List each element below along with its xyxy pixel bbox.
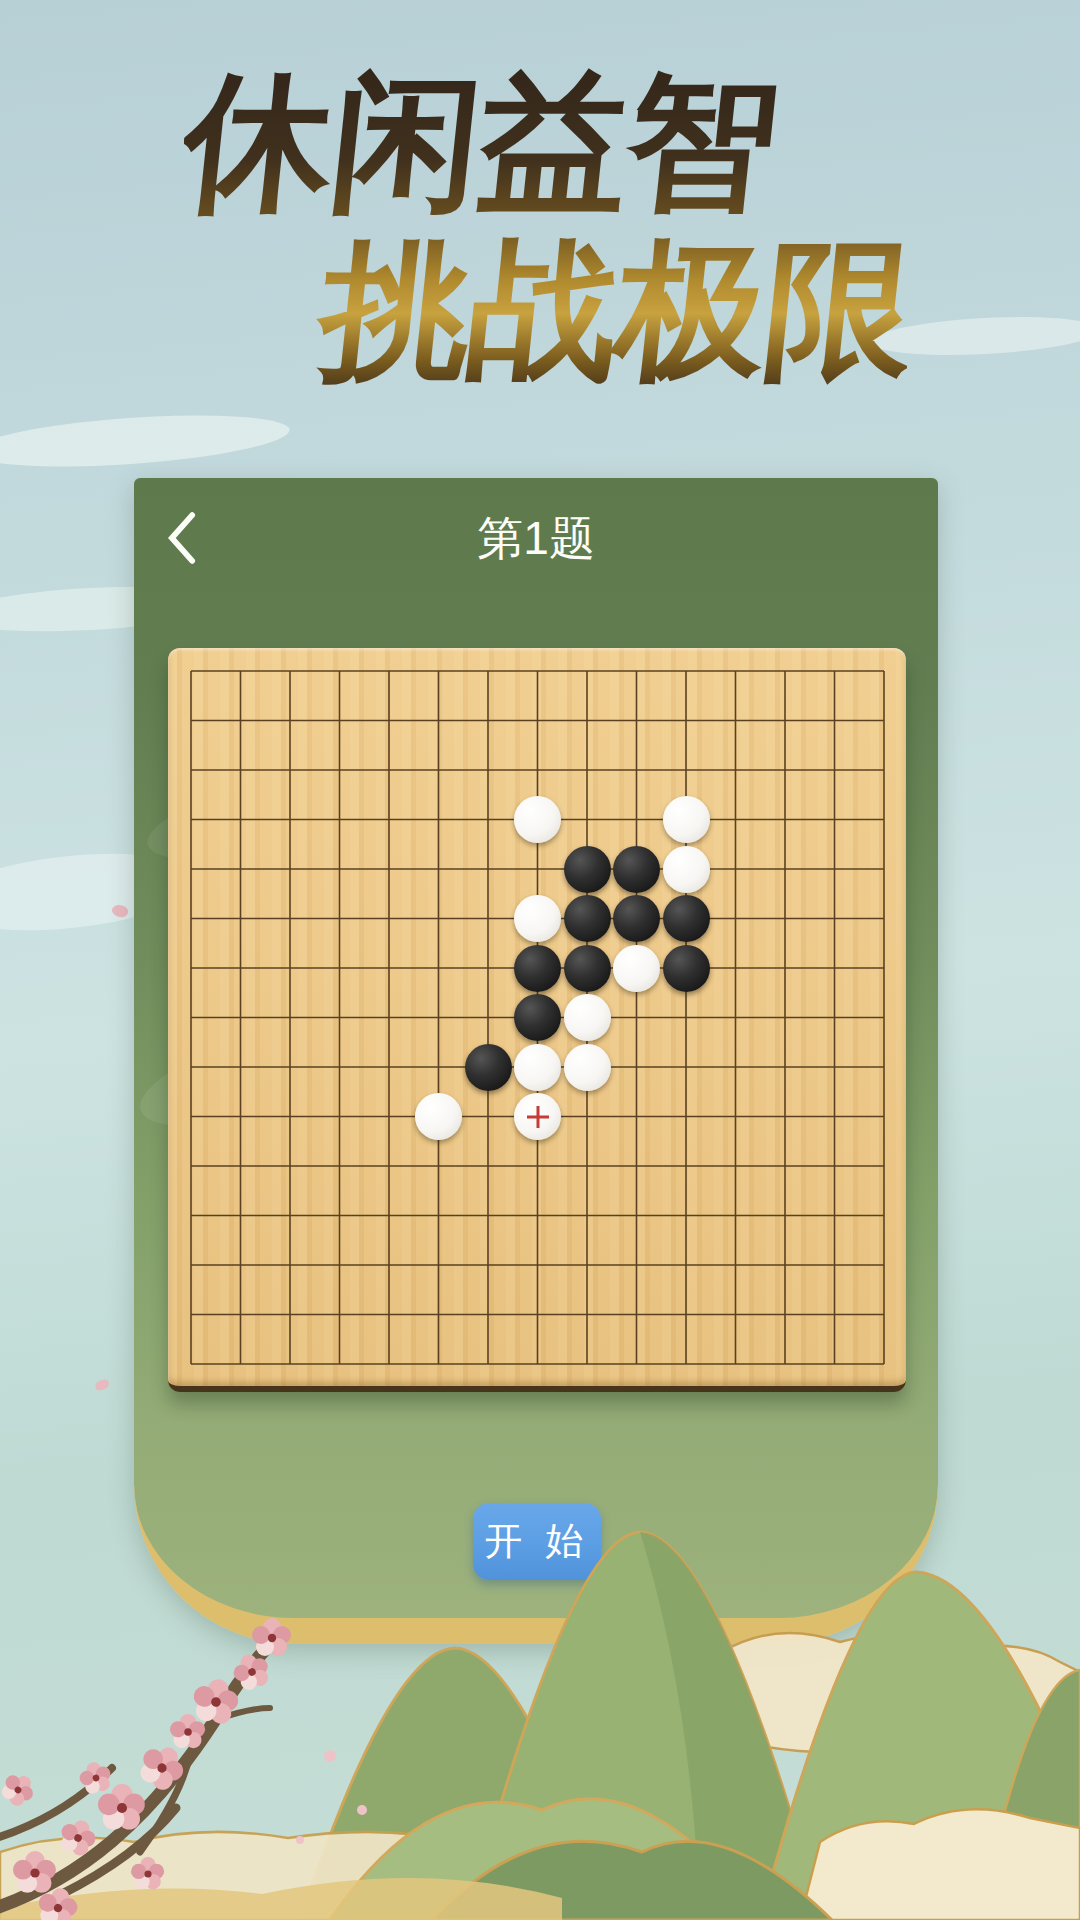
stone-black (465, 1044, 512, 1091)
hill (432, 1841, 832, 1920)
cloud-band (800, 1809, 1080, 1920)
mountain (300, 1648, 612, 1920)
stone-white (564, 994, 611, 1041)
gomoku-board[interactable] (168, 648, 906, 1392)
stone-white (514, 1044, 561, 1091)
stone-black (564, 945, 611, 992)
cloud-band (560, 1633, 1080, 1752)
stone-black (613, 846, 660, 893)
stone-black (663, 895, 710, 942)
stone-white (514, 895, 561, 942)
stone-white (564, 1044, 611, 1091)
stone-white (663, 846, 710, 893)
stone-white (514, 796, 561, 843)
blossom-petal (110, 902, 130, 920)
blossom-petal (94, 1378, 110, 1391)
stone-black (613, 895, 660, 942)
blossom-branch (0, 1642, 272, 1910)
golden-mist (0, 1878, 562, 1920)
blossom-flowers (0, 1618, 367, 1920)
puzzle-card: 第1题 开 始 (134, 478, 938, 1644)
stone-white (613, 945, 660, 992)
app-screen: 休闲益智挑战极限 第1题 开 始 (0, 0, 1080, 1920)
stone-black (514, 945, 561, 992)
mountain (980, 1670, 1080, 1920)
page-title: 休闲益智挑战极限 (157, 58, 939, 394)
page-title-line1: 休闲益智 (175, 58, 785, 226)
stone-black (514, 994, 561, 1041)
stone-black (564, 846, 611, 893)
stone-black (663, 945, 710, 992)
stone-black (564, 895, 611, 942)
puzzle-title: 第1题 (134, 508, 938, 570)
puzzle-header: 第1题 (134, 478, 938, 598)
stone-white-last-move (514, 1093, 561, 1140)
stone-white (663, 796, 710, 843)
page-title-line2: 挑战极限 (312, 226, 922, 394)
hill (330, 1799, 762, 1920)
start-button[interactable]: 开 始 (473, 1503, 601, 1580)
cloud-streak (0, 407, 291, 475)
cloud-band (0, 1832, 576, 1920)
stone-white (415, 1093, 462, 1140)
